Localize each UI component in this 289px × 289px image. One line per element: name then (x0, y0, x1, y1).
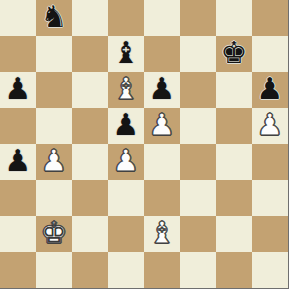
square-g6[interactable] (216, 72, 252, 108)
square-h7[interactable] (252, 36, 288, 72)
square-b5[interactable] (36, 108, 72, 144)
piece-black-bishop[interactable]: ♝ (113, 35, 140, 71)
square-b4[interactable]: ♟ (36, 144, 72, 180)
piece-black-knight[interactable]: ♞ (41, 0, 68, 35)
square-g1[interactable] (216, 252, 252, 288)
square-h1[interactable] (252, 252, 288, 288)
square-d3[interactable] (108, 180, 144, 216)
square-f7[interactable] (180, 36, 216, 72)
piece-white-pawn[interactable]: ♟ (41, 143, 68, 179)
square-c8[interactable] (72, 0, 108, 36)
square-a1[interactable] (0, 252, 36, 288)
square-f5[interactable] (180, 108, 216, 144)
piece-white-pawn[interactable]: ♟ (149, 107, 176, 143)
square-e7[interactable] (144, 36, 180, 72)
square-e4[interactable] (144, 144, 180, 180)
piece-white-pawn[interactable]: ♟ (257, 107, 284, 143)
piece-black-pawn[interactable]: ♟ (5, 143, 32, 179)
square-c3[interactable] (72, 180, 108, 216)
square-b6[interactable] (36, 72, 72, 108)
square-g4[interactable] (216, 144, 252, 180)
square-d4[interactable]: ♟ (108, 144, 144, 180)
square-d6[interactable]: ♝ (108, 72, 144, 108)
square-e8[interactable] (144, 0, 180, 36)
piece-white-bishop[interactable]: ♝ (149, 215, 176, 251)
square-d5[interactable]: ♟ (108, 108, 144, 144)
square-c4[interactable] (72, 144, 108, 180)
square-a6[interactable]: ♟ (0, 72, 36, 108)
square-c2[interactable] (72, 216, 108, 252)
square-f2[interactable] (180, 216, 216, 252)
square-e6[interactable]: ♟ (144, 72, 180, 108)
square-d8[interactable] (108, 0, 144, 36)
piece-black-king[interactable]: ♚ (221, 35, 248, 71)
square-e1[interactable] (144, 252, 180, 288)
square-a8[interactable] (0, 0, 36, 36)
square-f3[interactable] (180, 180, 216, 216)
square-f6[interactable] (180, 72, 216, 108)
square-f1[interactable] (180, 252, 216, 288)
square-c7[interactable] (72, 36, 108, 72)
square-g2[interactable] (216, 216, 252, 252)
square-b7[interactable] (36, 36, 72, 72)
piece-black-pawn[interactable]: ♟ (113, 107, 140, 143)
square-h8[interactable] (252, 0, 288, 36)
square-c5[interactable] (72, 108, 108, 144)
square-h4[interactable] (252, 144, 288, 180)
square-b8[interactable]: ♞ (36, 0, 72, 36)
square-a4[interactable]: ♟ (0, 144, 36, 180)
piece-white-bishop[interactable]: ♝ (113, 71, 140, 107)
square-b1[interactable] (36, 252, 72, 288)
square-g3[interactable] (216, 180, 252, 216)
piece-white-pawn[interactable]: ♟ (113, 143, 140, 179)
square-f4[interactable] (180, 144, 216, 180)
square-g7[interactable]: ♚ (216, 36, 252, 72)
square-a2[interactable] (0, 216, 36, 252)
square-h5[interactable]: ♟ (252, 108, 288, 144)
square-c1[interactable] (72, 252, 108, 288)
square-g5[interactable] (216, 108, 252, 144)
square-a7[interactable] (0, 36, 36, 72)
square-f8[interactable] (180, 0, 216, 36)
square-a3[interactable] (0, 180, 36, 216)
chess-board-frame: ♞♝♚♟♝♟♟♟♟♟♟♟♟♚♝ (0, 0, 289, 289)
square-d7[interactable]: ♝ (108, 36, 144, 72)
piece-black-pawn[interactable]: ♟ (149, 71, 176, 107)
piece-white-king[interactable]: ♚ (41, 215, 68, 251)
piece-black-pawn[interactable]: ♟ (5, 71, 32, 107)
square-d1[interactable] (108, 252, 144, 288)
square-e5[interactable]: ♟ (144, 108, 180, 144)
square-b3[interactable] (36, 180, 72, 216)
square-b2[interactable]: ♚ (36, 216, 72, 252)
piece-black-pawn[interactable]: ♟ (257, 71, 284, 107)
square-g8[interactable] (216, 0, 252, 36)
square-h6[interactable]: ♟ (252, 72, 288, 108)
square-e2[interactable]: ♝ (144, 216, 180, 252)
square-h3[interactable] (252, 180, 288, 216)
square-d2[interactable] (108, 216, 144, 252)
chess-board: ♞♝♚♟♝♟♟♟♟♟♟♟♟♚♝ (0, 0, 288, 288)
square-a5[interactable] (0, 108, 36, 144)
square-c6[interactable] (72, 72, 108, 108)
square-h2[interactable] (252, 216, 288, 252)
square-e3[interactable] (144, 180, 180, 216)
